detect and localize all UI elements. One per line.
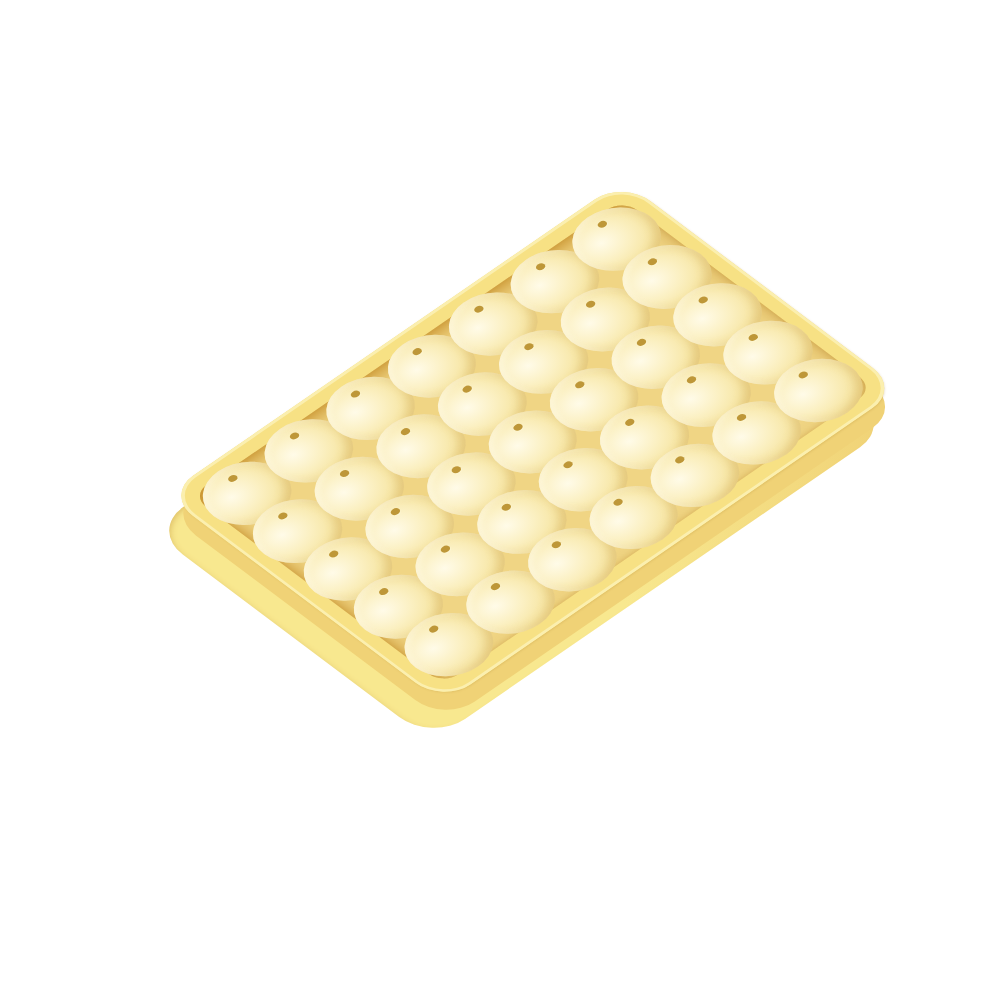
- fill-hole: [427, 625, 440, 634]
- fill-hole: [685, 375, 698, 384]
- fill-hole: [438, 545, 451, 554]
- fill-hole: [735, 413, 748, 422]
- ice-ball-mold-tray: [165, 180, 901, 703]
- fill-hole: [746, 333, 759, 342]
- fill-hole: [511, 422, 524, 431]
- fill-hole: [634, 337, 647, 346]
- fill-hole: [411, 347, 424, 356]
- fill-hole: [461, 384, 474, 393]
- fill-hole: [534, 262, 547, 271]
- fill-hole: [646, 257, 659, 266]
- fill-hole: [399, 427, 412, 436]
- fill-hole: [326, 549, 339, 558]
- fill-hole: [472, 304, 485, 313]
- fill-hole: [338, 469, 351, 478]
- fill-hole: [349, 389, 362, 398]
- fill-hole: [489, 582, 502, 591]
- fill-hole: [595, 220, 608, 229]
- fill-hole: [450, 465, 463, 474]
- fill-hole: [674, 455, 687, 464]
- fill-hole: [584, 300, 597, 309]
- fill-hole: [562, 460, 575, 469]
- fill-hole: [612, 498, 625, 507]
- fill-hole: [287, 431, 300, 440]
- fill-hole: [550, 540, 563, 549]
- fill-hole: [388, 507, 401, 516]
- fill-hole: [573, 380, 586, 389]
- product-photo-background: [0, 0, 1001, 1001]
- fill-hole: [797, 371, 810, 380]
- fill-hole: [623, 418, 636, 427]
- fill-hole: [500, 502, 513, 511]
- fill-hole: [226, 474, 239, 483]
- fill-hole: [696, 295, 709, 304]
- fill-hole: [377, 587, 390, 596]
- fill-hole: [276, 512, 289, 521]
- fill-hole: [523, 342, 536, 351]
